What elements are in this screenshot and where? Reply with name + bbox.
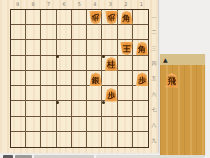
- cell-7六[interactable]: [41, 86, 56, 101]
- cell-8一[interactable]: [26, 10, 41, 25]
- sente-triangle-icon: ▲: [163, 56, 168, 64]
- cell-9一[interactable]: [11, 10, 26, 25]
- cell-7五[interactable]: [41, 71, 56, 86]
- file-label-2: 2: [118, 1, 133, 8]
- rank-label-2: 二: [150, 24, 158, 39]
- cell-1六[interactable]: [133, 86, 148, 101]
- komadai-sente: ▲ 飛: [160, 54, 205, 155]
- board-grid: 歩歩角王角桂銀歩歩: [10, 9, 149, 148]
- hoshi-dot: [56, 101, 59, 104]
- rank-label-4: 四: [150, 55, 158, 70]
- cell-2六[interactable]: [118, 86, 133, 101]
- file-label-4: 4: [87, 1, 102, 8]
- cell-6七[interactable]: [57, 101, 72, 116]
- file-label-1: 1: [134, 1, 149, 8]
- cell-7八[interactable]: [41, 117, 56, 132]
- cell-9八[interactable]: [11, 117, 26, 132]
- cell-7七[interactable]: [41, 101, 56, 116]
- cell-4八[interactable]: [87, 117, 102, 132]
- rank-label-7: 七: [150, 102, 158, 117]
- rank-label-6: 六: [150, 86, 158, 101]
- komadai-tray: 飛: [160, 65, 205, 155]
- cell-6二[interactable]: [57, 25, 72, 40]
- hand-pieces: 飛: [165, 73, 179, 88]
- cell-3二[interactable]: [102, 25, 117, 40]
- cell-7九[interactable]: [41, 132, 56, 147]
- cell-6一[interactable]: [57, 10, 72, 25]
- cell-5二[interactable]: [72, 25, 87, 40]
- cell-1七[interactable]: [133, 101, 148, 116]
- file-label-6: 6: [56, 1, 71, 8]
- cell-6六[interactable]: [57, 86, 72, 101]
- cell-4六[interactable]: [87, 86, 102, 101]
- cell-3九[interactable]: [102, 132, 117, 147]
- bottom-button-1[interactable]: [3, 155, 13, 158]
- cell-3三[interactable]: [102, 40, 117, 55]
- cell-8五[interactable]: [26, 71, 41, 86]
- cell-6五[interactable]: [57, 71, 72, 86]
- cell-9四[interactable]: [11, 56, 26, 71]
- cell-7三[interactable]: [41, 40, 56, 55]
- cell-2四[interactable]: [118, 56, 133, 71]
- rank-label-8: 八: [150, 117, 158, 132]
- cell-4四[interactable]: [87, 56, 102, 71]
- cell-6九[interactable]: [57, 132, 72, 147]
- cell-7二[interactable]: [41, 25, 56, 40]
- cell-8九[interactable]: [26, 132, 41, 147]
- cell-2八[interactable]: [118, 117, 133, 132]
- file-label-3: 3: [103, 1, 118, 8]
- cell-2九[interactable]: [118, 132, 133, 147]
- cell-5八[interactable]: [72, 117, 87, 132]
- bottom-button-2[interactable]: [15, 155, 32, 158]
- rank-label-3: 三: [150, 40, 158, 55]
- cell-6三[interactable]: [57, 40, 72, 55]
- hoshi-dot: [102, 55, 105, 58]
- cell-1九[interactable]: [133, 132, 148, 147]
- cell-9二[interactable]: [11, 25, 26, 40]
- bottom-button-4[interactable]: [96, 155, 204, 158]
- cell-4九[interactable]: [87, 132, 102, 147]
- cell-5七[interactable]: [72, 101, 87, 116]
- file-label-9: 9: [10, 1, 25, 8]
- cell-4七[interactable]: [87, 101, 102, 116]
- cell-9三[interactable]: [11, 40, 26, 55]
- hand-piece-0[interactable]: 飛: [165, 73, 179, 88]
- cell-2二[interactable]: [118, 25, 133, 40]
- cell-1八[interactable]: [133, 117, 148, 132]
- komadai-header: ▲: [160, 54, 205, 65]
- cell-9七[interactable]: [11, 101, 26, 116]
- cell-6八[interactable]: [57, 117, 72, 132]
- cell-5三[interactable]: [72, 40, 87, 55]
- cell-1二[interactable]: [133, 25, 148, 40]
- cell-6四[interactable]: [57, 56, 72, 71]
- cell-7四[interactable]: [41, 56, 56, 71]
- file-label-5: 5: [72, 1, 87, 8]
- cell-8二[interactable]: [26, 25, 41, 40]
- rank-label-9: 九: [150, 133, 158, 148]
- cell-2五[interactable]: [118, 71, 133, 86]
- cell-8六[interactable]: [26, 86, 41, 101]
- file-label-7: 7: [41, 1, 56, 8]
- cell-9六[interactable]: [11, 86, 26, 101]
- cell-9五[interactable]: [11, 71, 26, 86]
- hoshi-dot: [56, 55, 59, 58]
- cell-5九[interactable]: [72, 132, 87, 147]
- cell-4二[interactable]: [87, 25, 102, 40]
- cell-8七[interactable]: [26, 101, 41, 116]
- cell-1四[interactable]: [133, 56, 148, 71]
- cell-3五[interactable]: [102, 71, 117, 86]
- bottom-button-3[interactable]: [34, 155, 94, 158]
- cell-5六[interactable]: [72, 86, 87, 101]
- cell-3七[interactable]: [102, 101, 117, 116]
- cell-5四[interactable]: [72, 56, 87, 71]
- cell-3八[interactable]: [102, 117, 117, 132]
- cell-2七[interactable]: [118, 101, 133, 116]
- cell-8三[interactable]: [26, 40, 41, 55]
- cell-7一[interactable]: [41, 10, 56, 25]
- rank-label-1: 一: [150, 9, 158, 24]
- cell-8四[interactable]: [26, 56, 41, 71]
- shogi-board: 987654321 一二三四五六七八九 歩歩角王角桂銀歩歩: [0, 0, 158, 153]
- cell-5一[interactable]: [72, 10, 87, 25]
- cell-1一[interactable]: [133, 10, 148, 25]
- cell-8八[interactable]: [26, 117, 41, 132]
- tsume-shogi-widget: 987654321 一二三四五六七八九 歩歩角王角桂銀歩歩 ▲ 飛: [0, 0, 210, 158]
- cell-5五[interactable]: [72, 71, 87, 86]
- file-label-8: 8: [25, 1, 40, 8]
- cell-9九[interactable]: [11, 132, 26, 147]
- cell-4三[interactable]: [87, 40, 102, 55]
- rank-label-5: 五: [150, 71, 158, 86]
